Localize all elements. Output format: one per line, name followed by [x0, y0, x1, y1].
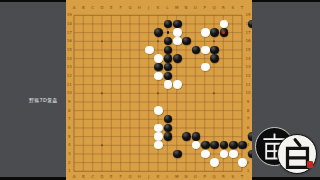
- column-label-top: R: [220, 6, 226, 10]
- go-board[interactable]: AA1919BB1818CC1717DD1616EE1515FF1414GG13…: [66, 0, 252, 180]
- column-label-bottom: G: [127, 175, 133, 179]
- stone-black-J14[interactable]: [210, 54, 219, 62]
- row-label-left: 16: [66, 39, 72, 43]
- stone-black-D7[interactable]: [164, 115, 173, 123]
- row-label-left: 14: [66, 57, 72, 61]
- column-label-top: C: [90, 6, 96, 10]
- stone-black-E18[interactable]: [173, 20, 182, 28]
- stone-black-L4[interactable]: [229, 141, 238, 149]
- stone-black-J4[interactable]: [210, 141, 219, 149]
- stone-black-C13[interactable]: [154, 63, 163, 71]
- stone-white-C6[interactable]: [154, 124, 163, 132]
- stone-white-B15[interactable]: [145, 46, 154, 54]
- stone-white-H15[interactable]: [201, 46, 210, 54]
- left-panel: 野狐7D复盘: [0, 2, 66, 177]
- star-point: [101, 144, 103, 146]
- stone-white-E17[interactable]: [173, 28, 182, 36]
- column-label-bottom: C: [90, 175, 96, 179]
- column-label-top: F: [118, 6, 124, 10]
- row-label-left: 19: [66, 13, 72, 17]
- column-label-top: M: [174, 6, 180, 10]
- stone-white-H3[interactable]: [201, 150, 210, 158]
- column-label-top: N: [183, 6, 189, 10]
- column-label-top: H: [136, 6, 142, 10]
- stone-black-G15[interactable]: [192, 46, 201, 54]
- column-label-bottom: F: [118, 175, 124, 179]
- row-label-left: 17: [66, 31, 72, 35]
- column-label-bottom: B: [80, 175, 86, 179]
- row-label-left: 10: [66, 91, 72, 95]
- stone-black-H4[interactable]: [201, 141, 210, 149]
- stone-black-D18[interactable]: [164, 20, 173, 28]
- stone-black-D15[interactable]: [164, 46, 173, 54]
- stone-white-J2[interactable]: [210, 158, 219, 166]
- stone-white-H17[interactable]: [201, 28, 210, 36]
- column-label-top: J: [146, 6, 152, 10]
- row-label-left: 2: [66, 161, 72, 165]
- column-label-top: L: [164, 6, 170, 10]
- row-label-left: 8: [66, 109, 72, 113]
- stone-black-C17[interactable]: [154, 28, 163, 36]
- star-point: [101, 40, 103, 42]
- stone-black-E3[interactable]: [173, 150, 182, 158]
- row-label-left: 6: [66, 126, 72, 130]
- column-label-bottom: A: [71, 175, 77, 179]
- stone-white-H13[interactable]: [201, 63, 210, 71]
- row-label-left: 1: [66, 169, 72, 173]
- stone-black-F16[interactable]: [182, 37, 191, 45]
- column-label-top: A: [71, 6, 77, 10]
- stone-black-K4[interactable]: [220, 141, 229, 149]
- stone-black-D12[interactable]: [164, 72, 173, 80]
- right-panel: [252, 2, 320, 177]
- stone-black-D5[interactable]: [164, 132, 173, 140]
- stone-white-C5[interactable]: [154, 132, 163, 140]
- stone-black-K17[interactable]: [220, 28, 229, 36]
- row-label-left: 13: [66, 65, 72, 69]
- row-label-left: 18: [66, 22, 72, 26]
- small-dot-marker: [167, 31, 170, 34]
- column-label-top: S: [230, 6, 236, 10]
- stone-white-M2[interactable]: [238, 158, 247, 166]
- stone-white-K3[interactable]: [220, 150, 229, 158]
- stone-black-E14[interactable]: [173, 54, 182, 62]
- stone-black-M4[interactable]: [238, 141, 247, 149]
- column-label-top: O: [192, 6, 198, 10]
- logo-red-seal-icon: [307, 161, 313, 168]
- column-label-top: D: [99, 6, 105, 10]
- column-label-top: Q: [211, 6, 217, 10]
- stone-white-C14[interactable]: [154, 54, 163, 62]
- stone-white-C12[interactable]: [154, 72, 163, 80]
- row-label-left: 4: [66, 143, 72, 147]
- star-point: [101, 92, 103, 94]
- column-label-top: B: [80, 6, 86, 10]
- stone-black-J17[interactable]: [210, 28, 219, 36]
- app-logo: [255, 125, 317, 176]
- column-label-top: G: [127, 6, 133, 10]
- row-label-left: 11: [66, 83, 72, 87]
- stone-white-E16[interactable]: [173, 37, 182, 45]
- stone-black-J15[interactable]: [210, 46, 219, 54]
- screenshot-root: { "game": "go", "app": { "caption": "野狐7…: [0, 0, 320, 180]
- column-label-top: P: [202, 6, 208, 10]
- stone-white-L3[interactable]: [229, 150, 238, 158]
- row-label-left: 5: [66, 135, 72, 139]
- stone-black-F5[interactable]: [182, 132, 191, 140]
- stone-black-D16[interactable]: [164, 37, 173, 45]
- stone-white-D11[interactable]: [164, 80, 173, 88]
- column-label-top: T: [239, 6, 245, 10]
- stone-black-G5[interactable]: [192, 132, 201, 140]
- stone-white-C8[interactable]: [154, 106, 163, 114]
- logo-white-stone-icon: [277, 134, 317, 174]
- row-label-left: 9: [66, 100, 72, 104]
- review-caption: 野狐7D复盘: [29, 97, 65, 103]
- stone-black-D13[interactable]: [164, 63, 173, 71]
- stone-white-C4[interactable]: [154, 141, 163, 149]
- column-label-bottom: D: [99, 175, 105, 179]
- stone-white-G4[interactable]: [192, 141, 201, 149]
- row-label-left: 3: [66, 152, 72, 156]
- column-label-bottom: E: [108, 175, 114, 179]
- stone-white-K18[interactable]: [220, 20, 229, 28]
- stone-black-D6[interactable]: [164, 124, 173, 132]
- stone-black-D14[interactable]: [164, 54, 173, 62]
- column-label-top: K: [155, 6, 161, 10]
- row-label-left: 7: [66, 117, 72, 121]
- column-label-top: E: [108, 6, 114, 10]
- row-label-left: 15: [66, 48, 72, 52]
- row-label-left: 12: [66, 74, 72, 78]
- stone-white-E11[interactable]: [173, 80, 182, 88]
- last-move-marker: [222, 31, 225, 34]
